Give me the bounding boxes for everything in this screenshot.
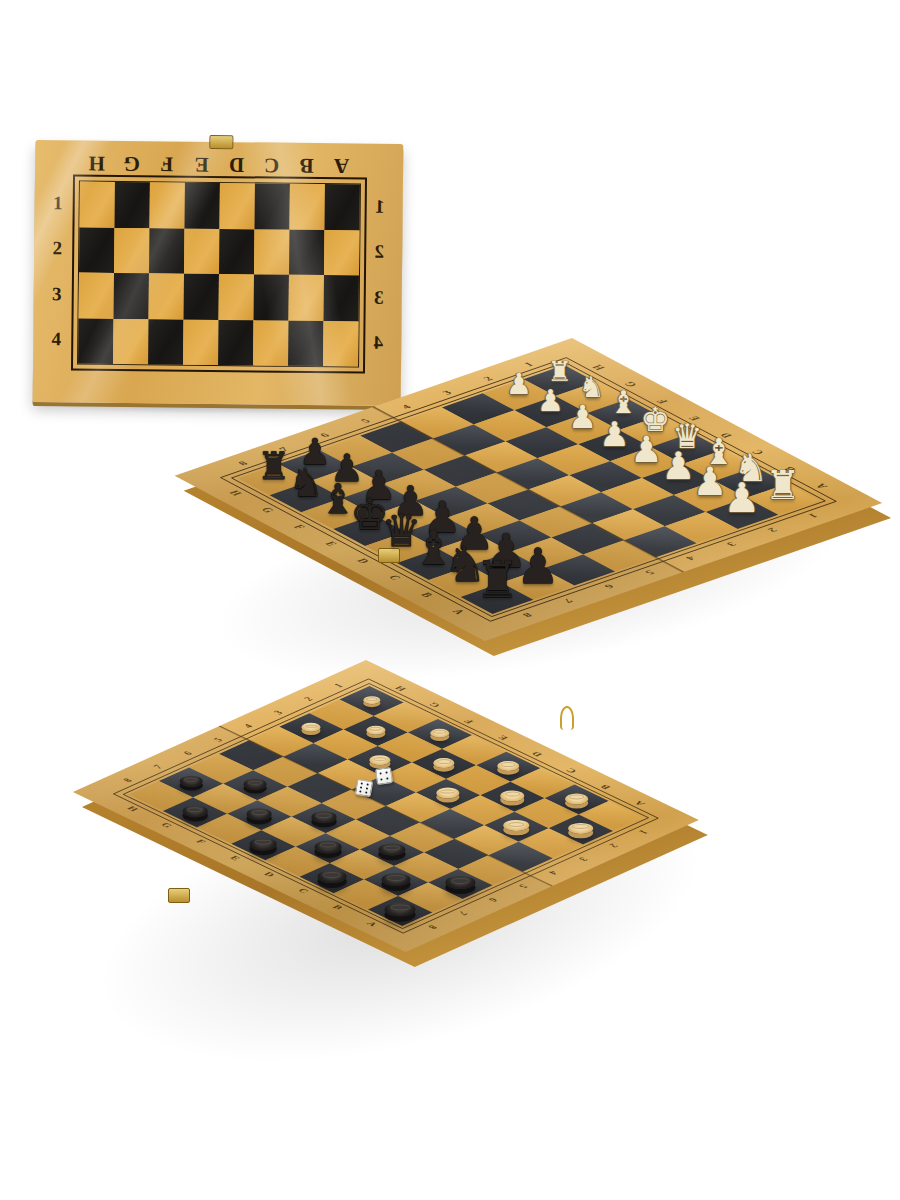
box-square-f4 <box>148 319 183 365</box>
box-rank-label-right: 4 <box>361 320 395 366</box>
box-rank-label-left: 1 <box>40 180 74 226</box>
box-clasp-icon[interactable] <box>209 135 233 149</box>
box-square-g1 <box>114 182 149 228</box>
box-square-d4 <box>218 320 253 366</box>
box-square-a2 <box>324 230 359 276</box>
box-file-label: C <box>254 150 289 180</box>
box-rank-label-left: 2 <box>40 226 74 272</box>
box-square-b1 <box>289 184 324 230</box>
box-rank-labels-right: 1234 <box>361 184 397 366</box>
product-photo-stage: HGFEDCBA 1234 1234 HH11GG22FF33EE44DD55C… <box>0 0 900 1200</box>
box-rank-label-right: 2 <box>362 229 396 275</box>
box-rank-labels-left: 1234 <box>39 180 75 362</box>
box-rank-label-left: 4 <box>39 317 73 363</box>
box-square-a1 <box>324 184 359 230</box>
box-file-label: F <box>149 149 184 179</box>
box-square-b2 <box>289 229 324 275</box>
box-square-c3 <box>254 274 289 320</box>
box-square-d2 <box>219 229 254 275</box>
box-square-f2 <box>149 228 184 274</box>
box-square-b4 <box>288 320 323 366</box>
box-square-d3 <box>219 274 254 320</box>
box-square-f3 <box>149 273 184 319</box>
box-rank-label-right: 3 <box>362 275 396 321</box>
box-square-h3 <box>79 273 114 319</box>
box-square-e3 <box>184 274 219 320</box>
checkers-board-clasp-icon[interactable] <box>168 888 190 903</box>
box-file-label: G <box>114 149 149 179</box>
box-square-e2 <box>184 228 219 274</box>
box-file-labels: HGFEDCBA <box>79 149 359 182</box>
box-square-d1 <box>219 183 254 229</box>
box-square-a3 <box>324 275 359 321</box>
box-square-g3 <box>114 273 149 319</box>
box-square-e4 <box>183 319 218 365</box>
box-rank-label-right: 1 <box>362 184 396 230</box>
box-square-c1 <box>254 183 289 229</box>
checkers-board[interactable]: HH11GG22FF33EE44DD55CC66BB77AA88 <box>73 660 699 952</box>
closed-box-face: HGFEDCBA 1234 1234 <box>33 140 404 406</box>
box-file-label: B <box>289 151 324 181</box>
box-square-c4 <box>253 320 288 366</box>
box-square-h4 <box>78 318 113 364</box>
closed-game-box[interactable]: HGFEDCBA 1234 1234 <box>33 140 404 406</box>
checkers-board-hook-icon[interactable] <box>560 706 574 730</box>
box-square-e1 <box>184 183 219 229</box>
box-square-g4 <box>113 318 148 364</box>
box-square-f1 <box>149 182 184 228</box>
box-file-label: D <box>219 150 254 180</box>
box-half-board-grid <box>77 181 361 368</box>
box-square-c2 <box>254 229 289 275</box>
box-square-g2 <box>114 227 149 273</box>
box-square-b3 <box>289 275 324 321</box>
box-rank-label-left: 3 <box>40 271 74 317</box>
box-square-a4 <box>323 321 358 367</box>
box-square-h2 <box>79 227 114 273</box>
box-file-label: E <box>184 150 219 180</box>
box-file-label: H <box>79 149 114 179</box>
box-square-h1 <box>79 182 114 228</box>
box-file-label: A <box>324 151 359 181</box>
